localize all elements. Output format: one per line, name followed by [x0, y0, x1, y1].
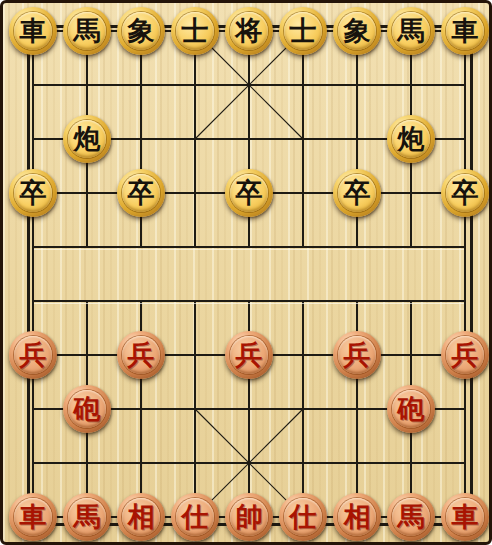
piece-glyph: 仕	[290, 503, 317, 530]
piece-red-elephant[interactable]: 相	[333, 493, 381, 541]
piece-glyph: 相	[128, 503, 155, 530]
piece-glyph: 車	[20, 17, 47, 44]
piece-face: 象	[122, 12, 160, 50]
piece-glyph: 象	[128, 17, 155, 44]
piece-glyph: 卒	[20, 179, 47, 206]
piece-face: 兵	[338, 336, 376, 374]
piece-glyph: 馬	[398, 17, 425, 44]
piece-red-advisor[interactable]: 仕	[279, 493, 327, 541]
piece-face: 馬	[392, 498, 430, 536]
piece-glyph: 卒	[128, 179, 155, 206]
piece-face: 兵	[446, 336, 484, 374]
piece-black-soldier[interactable]: 卒	[441, 169, 489, 217]
piece-glyph: 兵	[452, 341, 479, 368]
piece-black-horse[interactable]: 馬	[387, 7, 435, 55]
piece-face: 馬	[68, 12, 106, 50]
piece-red-cannon[interactable]: 砲	[63, 385, 111, 433]
xiangqi-board: 車馬象士将士象馬車炮炮卒卒卒卒卒兵兵兵兵兵砲砲車馬相仕帥仕相馬車	[0, 0, 492, 545]
piece-face: 仕	[284, 498, 322, 536]
piece-red-horse[interactable]: 馬	[387, 493, 435, 541]
piece-face: 車	[14, 498, 52, 536]
piece-glyph: 炮	[74, 125, 101, 152]
piece-glyph: 馬	[398, 503, 425, 530]
piece-glyph: 兵	[344, 341, 371, 368]
piece-black-elephant[interactable]: 象	[117, 7, 165, 55]
pieces-layer: 車馬象士将士象馬車炮炮卒卒卒卒卒兵兵兵兵兵砲砲車馬相仕帥仕相馬車	[3, 3, 492, 545]
piece-red-cannon[interactable]: 砲	[387, 385, 435, 433]
piece-face: 将	[230, 12, 268, 50]
piece-red-soldier[interactable]: 兵	[225, 331, 273, 379]
piece-face: 炮	[392, 120, 430, 158]
piece-glyph: 車	[452, 503, 479, 530]
piece-glyph: 兵	[20, 341, 47, 368]
piece-glyph: 象	[344, 17, 371, 44]
piece-glyph: 仕	[182, 503, 209, 530]
piece-black-advisor[interactable]: 士	[171, 7, 219, 55]
piece-face: 士	[176, 12, 214, 50]
piece-face: 卒	[122, 174, 160, 212]
piece-red-horse[interactable]: 馬	[63, 493, 111, 541]
piece-red-chariot[interactable]: 車	[9, 493, 57, 541]
piece-black-cannon[interactable]: 炮	[63, 115, 111, 163]
piece-black-soldier[interactable]: 卒	[9, 169, 57, 217]
piece-glyph: 馬	[74, 17, 101, 44]
piece-face: 相	[338, 498, 376, 536]
piece-glyph: 相	[344, 503, 371, 530]
piece-glyph: 士	[290, 17, 317, 44]
piece-face: 相	[122, 498, 160, 536]
piece-glyph: 卒	[452, 179, 479, 206]
piece-red-general[interactable]: 帥	[225, 493, 273, 541]
piece-glyph: 炮	[398, 125, 425, 152]
piece-glyph: 車	[452, 17, 479, 44]
piece-face: 士	[284, 12, 322, 50]
piece-face: 象	[338, 12, 376, 50]
piece-red-soldier[interactable]: 兵	[441, 331, 489, 379]
piece-face: 兵	[122, 336, 160, 374]
piece-face: 砲	[392, 390, 430, 428]
piece-glyph: 馬	[74, 503, 101, 530]
piece-black-advisor[interactable]: 士	[279, 7, 327, 55]
piece-red-soldier[interactable]: 兵	[333, 331, 381, 379]
piece-black-chariot[interactable]: 車	[9, 7, 57, 55]
piece-glyph: 砲	[398, 395, 425, 422]
piece-black-general[interactable]: 将	[225, 7, 273, 55]
piece-face: 馬	[68, 498, 106, 536]
piece-glyph: 卒	[236, 179, 263, 206]
piece-black-soldier[interactable]: 卒	[117, 169, 165, 217]
piece-glyph: 帥	[236, 503, 263, 530]
piece-black-cannon[interactable]: 炮	[387, 115, 435, 163]
piece-red-soldier[interactable]: 兵	[9, 331, 57, 379]
piece-face: 馬	[392, 12, 430, 50]
piece-face: 兵	[230, 336, 268, 374]
piece-face: 卒	[14, 174, 52, 212]
piece-glyph: 卒	[344, 179, 371, 206]
piece-glyph: 士	[182, 17, 209, 44]
piece-red-chariot[interactable]: 車	[441, 493, 489, 541]
piece-face: 砲	[68, 390, 106, 428]
piece-face: 車	[14, 12, 52, 50]
piece-black-soldier[interactable]: 卒	[225, 169, 273, 217]
piece-glyph: 兵	[128, 341, 155, 368]
piece-glyph: 砲	[74, 395, 101, 422]
piece-glyph: 将	[236, 17, 263, 44]
piece-face: 車	[446, 498, 484, 536]
piece-red-advisor[interactable]: 仕	[171, 493, 219, 541]
piece-black-horse[interactable]: 馬	[63, 7, 111, 55]
piece-black-elephant[interactable]: 象	[333, 7, 381, 55]
piece-face: 卒	[338, 174, 376, 212]
piece-face: 車	[446, 12, 484, 50]
piece-face: 卒	[446, 174, 484, 212]
piece-red-soldier[interactable]: 兵	[117, 331, 165, 379]
piece-black-soldier[interactable]: 卒	[333, 169, 381, 217]
piece-black-chariot[interactable]: 車	[441, 7, 489, 55]
piece-glyph: 車	[20, 503, 47, 530]
piece-face: 仕	[176, 498, 214, 536]
piece-glyph: 兵	[236, 341, 263, 368]
piece-face: 帥	[230, 498, 268, 536]
piece-red-elephant[interactable]: 相	[117, 493, 165, 541]
piece-face: 卒	[230, 174, 268, 212]
piece-face: 炮	[68, 120, 106, 158]
piece-face: 兵	[14, 336, 52, 374]
